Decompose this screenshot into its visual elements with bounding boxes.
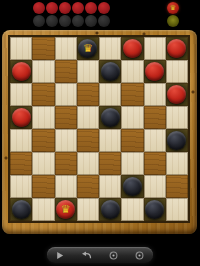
black-man-piece[interactable] bbox=[145, 200, 164, 219]
circle-dot-1-button[interactable] bbox=[106, 249, 120, 261]
undo-button[interactable] bbox=[80, 249, 94, 261]
square-r4c5[interactable] bbox=[121, 129, 143, 152]
undo-icon bbox=[81, 248, 92, 263]
captured-black-piece bbox=[59, 15, 71, 27]
circle-dot-2-icon bbox=[135, 248, 144, 263]
red-man-piece[interactable] bbox=[123, 39, 142, 58]
captured-red-piece bbox=[85, 2, 97, 14]
square-r0c2[interactable] bbox=[55, 37, 77, 60]
captured-red-piece bbox=[59, 2, 71, 14]
square-r4c3[interactable] bbox=[77, 129, 99, 152]
circle-dot-1-icon bbox=[109, 248, 118, 263]
square-r7c3[interactable] bbox=[77, 198, 99, 221]
square-r2c4[interactable] bbox=[99, 83, 121, 106]
square-r5c2[interactable] bbox=[55, 152, 77, 175]
square-r0c3[interactable]: ♛ bbox=[77, 37, 99, 60]
square-r4c2[interactable] bbox=[55, 129, 77, 152]
square-r1c3[interactable] bbox=[77, 60, 99, 83]
captured-black-piece bbox=[98, 15, 110, 27]
square-r6c1[interactable] bbox=[32, 175, 54, 198]
square-r5c5[interactable] bbox=[121, 152, 143, 175]
square-r6c7[interactable] bbox=[166, 175, 188, 198]
captured-red-piece bbox=[98, 2, 110, 14]
square-r5c4[interactable] bbox=[99, 152, 121, 175]
square-r1c4[interactable] bbox=[99, 60, 121, 83]
captured-black-piece bbox=[72, 15, 84, 27]
square-r2c1[interactable] bbox=[32, 83, 54, 106]
square-r6c4[interactable] bbox=[99, 175, 121, 198]
square-r5c3[interactable] bbox=[77, 152, 99, 175]
red-man-piece[interactable] bbox=[145, 62, 164, 81]
square-r0c7[interactable] bbox=[166, 37, 188, 60]
square-r6c0[interactable] bbox=[10, 175, 32, 198]
square-r6c3[interactable] bbox=[77, 175, 99, 198]
square-r5c6[interactable] bbox=[144, 152, 166, 175]
checkers-app: ♛ ♛♛ bbox=[0, 0, 200, 266]
square-r3c2[interactable] bbox=[55, 106, 77, 129]
black-man-piece[interactable] bbox=[123, 177, 142, 196]
captured-red-piece bbox=[72, 2, 84, 14]
square-r0c4[interactable] bbox=[99, 37, 121, 60]
square-r5c1[interactable] bbox=[32, 152, 54, 175]
square-r0c6[interactable] bbox=[144, 37, 166, 60]
square-r3c1[interactable] bbox=[32, 106, 54, 129]
toolbar bbox=[47, 247, 153, 263]
captured-black-piece bbox=[85, 15, 97, 27]
black-man-piece[interactable] bbox=[12, 200, 31, 219]
red-king-turn-indicator: ♛ bbox=[167, 2, 179, 14]
crown-icon: ♛ bbox=[83, 43, 93, 54]
square-r6c5[interactable] bbox=[121, 175, 143, 198]
captured-red-piece bbox=[46, 2, 58, 14]
square-r3c4[interactable] bbox=[99, 106, 121, 129]
square-r5c0[interactable] bbox=[10, 152, 32, 175]
red-man-piece[interactable] bbox=[12, 62, 31, 81]
crown-icon: ♛ bbox=[170, 5, 176, 12]
captured-tray bbox=[33, 2, 110, 28]
circle-dot-2-button[interactable] bbox=[133, 249, 147, 261]
red-man-piece[interactable] bbox=[167, 39, 186, 58]
square-r2c2[interactable] bbox=[55, 83, 77, 106]
square-r1c0[interactable] bbox=[10, 60, 32, 83]
square-r7c5[interactable] bbox=[121, 198, 143, 221]
square-r1c1[interactable] bbox=[32, 60, 54, 83]
black-man-piece[interactable] bbox=[101, 62, 120, 81]
square-r1c5[interactable] bbox=[121, 60, 143, 83]
square-r0c0[interactable] bbox=[10, 37, 32, 60]
square-r5c7[interactable] bbox=[166, 152, 188, 175]
square-r3c7[interactable] bbox=[166, 106, 188, 129]
captured-black-piece bbox=[46, 15, 58, 27]
red-king-piece[interactable]: ♛ bbox=[56, 200, 75, 219]
turn-indicators: ♛ bbox=[167, 2, 179, 28]
red-man-piece[interactable] bbox=[12, 108, 31, 127]
square-r4c7[interactable] bbox=[166, 129, 188, 152]
crown-icon: ♛ bbox=[61, 204, 71, 215]
square-r7c7[interactable] bbox=[166, 198, 188, 221]
square-r3c5[interactable] bbox=[121, 106, 143, 129]
square-r2c3[interactable] bbox=[77, 83, 99, 106]
captured-red-piece bbox=[33, 2, 45, 14]
square-r3c6[interactable] bbox=[144, 106, 166, 129]
square-r4c1[interactable] bbox=[32, 129, 54, 152]
square-r7c4[interactable] bbox=[99, 198, 121, 221]
square-r1c2[interactable] bbox=[55, 60, 77, 83]
square-r1c7[interactable] bbox=[166, 60, 188, 83]
black-man-piece[interactable] bbox=[101, 108, 120, 127]
black-man-piece[interactable] bbox=[167, 131, 186, 150]
square-r1c6[interactable] bbox=[144, 60, 166, 83]
square-r7c0[interactable] bbox=[10, 198, 32, 221]
square-r2c0[interactable] bbox=[10, 83, 32, 106]
square-r2c7[interactable] bbox=[166, 83, 188, 106]
black-man-piece[interactable] bbox=[101, 200, 120, 219]
square-r4c4[interactable] bbox=[99, 129, 121, 152]
square-r2c5[interactable] bbox=[121, 83, 143, 106]
square-r0c5[interactable] bbox=[121, 37, 143, 60]
captured-black-row bbox=[33, 15, 110, 27]
checkers-board: ♛♛ bbox=[8, 35, 190, 223]
captured-black-piece bbox=[33, 15, 45, 27]
square-r0c1[interactable] bbox=[32, 37, 54, 60]
square-r2c6[interactable] bbox=[144, 83, 166, 106]
square-r4c0[interactable] bbox=[10, 129, 32, 152]
captured-red-row bbox=[33, 2, 110, 14]
square-r7c6[interactable] bbox=[144, 198, 166, 221]
black-king-piece[interactable]: ♛ bbox=[78, 39, 97, 58]
play-icon bbox=[56, 248, 64, 263]
square-r4c6[interactable] bbox=[144, 129, 166, 152]
square-r3c3[interactable] bbox=[77, 106, 99, 129]
play-button[interactable] bbox=[53, 249, 67, 261]
square-r7c2[interactable]: ♛ bbox=[55, 198, 77, 221]
board-frame: ♛♛ bbox=[2, 30, 197, 234]
square-r3c0[interactable] bbox=[10, 106, 32, 129]
red-man-piece[interactable] bbox=[167, 85, 186, 104]
square-r7c1[interactable] bbox=[32, 198, 54, 221]
yellow-lamp-indicator bbox=[167, 15, 179, 27]
square-r6c6[interactable] bbox=[144, 175, 166, 198]
square-r6c2[interactable] bbox=[55, 175, 77, 198]
